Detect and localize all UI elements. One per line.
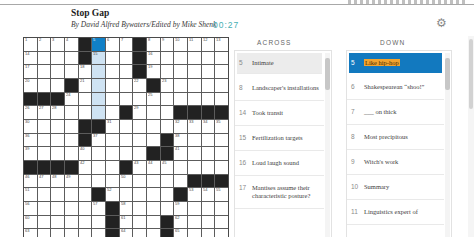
grid-cell[interactable]: 17	[24, 65, 37, 78]
grid-cell[interactable]: 26	[24, 106, 37, 119]
clue-item-across-5[interactable]: 5Intimate	[237, 53, 322, 74]
grid-cell[interactable]: 51	[24, 188, 37, 201]
cell-number: 55	[216, 188, 220, 192]
grid-cell[interactable]	[38, 188, 51, 201]
grid-cell[interactable]: 8	[147, 38, 160, 51]
clue-number: 7	[351, 108, 364, 116]
grid-cell[interactable]: 24	[65, 93, 78, 106]
cell-number: 21	[80, 79, 84, 83]
cell-number: 58	[121, 202, 125, 206]
grid-cell[interactable]	[188, 93, 201, 106]
cell-number: 56	[25, 202, 29, 206]
cell-number: 26	[25, 106, 29, 110]
grid-cell[interactable]	[106, 52, 119, 65]
grid-cell[interactable]	[65, 229, 78, 237]
grid-cell[interactable]: 64	[120, 229, 133, 237]
grid-cell[interactable]	[215, 216, 228, 229]
grid-cell[interactable]: 11	[188, 38, 201, 51]
grid-cell[interactable]	[133, 147, 146, 160]
grid-cell[interactable]	[51, 216, 64, 229]
grid-cell[interactable]: 59	[174, 202, 187, 215]
grid-cell[interactable]: 47	[38, 175, 51, 188]
down-scrollbar-thumb[interactable]	[445, 58, 450, 90]
grid-cell[interactable]	[120, 147, 133, 160]
grid-cell[interactable]	[202, 52, 215, 65]
grid-cell[interactable]: 46	[24, 175, 37, 188]
cell-number: 39	[25, 147, 29, 151]
cell-number: 4	[66, 38, 68, 42]
grid-cell[interactable]	[215, 202, 228, 215]
grid-cell-black	[92, 188, 105, 201]
grid-cell[interactable]	[188, 161, 201, 174]
grid-cell[interactable]	[38, 134, 51, 147]
grid-cell[interactable]	[147, 106, 160, 119]
grid-cell[interactable]: 50	[120, 175, 133, 188]
grid-cell-black	[215, 106, 228, 119]
grid-cell[interactable]: 65	[174, 229, 187, 237]
cell-number: 5	[93, 38, 95, 42]
grid-cell[interactable]	[51, 188, 64, 201]
grid-cell-black	[106, 202, 119, 215]
cell-number: 53	[189, 188, 193, 192]
grid-cell[interactable]	[120, 134, 133, 147]
grid-cell[interactable]	[202, 65, 215, 78]
grid-cell[interactable]	[106, 134, 119, 147]
grid-cell[interactable]: 48	[51, 175, 64, 188]
grid-cell-black	[174, 106, 187, 119]
clue-item-down-5[interactable]: 5Like hip-hop	[349, 53, 442, 73]
cell-number: 40	[80, 147, 84, 151]
grid-cell-black	[202, 175, 215, 188]
cell-number: 33	[189, 120, 193, 124]
grid-cell[interactable]	[79, 229, 92, 237]
clue-text: Linguistics expert of	[364, 208, 418, 216]
grid-cell-black	[133, 65, 146, 78]
grid-cell[interactable]	[120, 79, 133, 92]
cell-number: 44	[148, 161, 152, 165]
grid-cell[interactable]	[38, 52, 51, 65]
grid-cell[interactable]	[106, 65, 119, 78]
grid-cell[interactable]	[51, 134, 64, 147]
grid-cell-black	[51, 161, 64, 174]
clue-text: Fertilization targets	[252, 134, 303, 142]
grid-cell[interactable]: 55	[215, 188, 228, 201]
cell-number: 22	[134, 79, 138, 83]
grid-cell[interactable]: 15	[92, 52, 105, 65]
grid-cell[interactable]	[202, 229, 215, 237]
grid-cell-black	[120, 106, 133, 119]
grid-cell[interactable]: 41	[174, 147, 187, 160]
grid-cell[interactable]	[147, 229, 160, 237]
grid-cell[interactable]	[174, 175, 187, 188]
clue-number: 11	[351, 208, 364, 216]
grid-cell[interactable]: 32	[174, 120, 187, 133]
grid-cell[interactable]: 62	[174, 216, 187, 229]
grid-cell[interactable]	[147, 120, 160, 133]
cell-number: 65	[175, 229, 179, 233]
grid-cell-black	[188, 106, 201, 119]
grid-cell[interactable]	[161, 175, 174, 188]
clue-item-across-14[interactable]: 14Took transit	[235, 101, 324, 126]
grid-cell[interactable]	[174, 65, 187, 78]
grid-cell[interactable]	[188, 134, 201, 147]
clue-text: ___ on thick	[364, 108, 397, 116]
clue-text: Shakespearean “shoo!”	[364, 83, 424, 91]
cell-number: 51	[25, 188, 29, 192]
grid-cell[interactable]	[174, 79, 187, 92]
grid-cell[interactable]	[106, 106, 119, 119]
grid-cell[interactable]	[133, 202, 146, 215]
clue-item-down-10[interactable]: 10Summary	[347, 175, 444, 200]
grid-cell[interactable]: 13	[215, 38, 228, 51]
grid-cell[interactable]	[161, 188, 174, 201]
grid-cell[interactable]	[133, 134, 146, 147]
grid-cell[interactable]	[188, 229, 201, 237]
cell-number: 37	[93, 134, 97, 138]
grid-cell-black	[65, 79, 78, 92]
grid-cell-black	[106, 229, 119, 237]
clue-item-across-8[interactable]: 8Landscaper's installations	[235, 76, 324, 101]
grid-cell[interactable]: 3	[51, 38, 64, 51]
grid-cell[interactable]	[106, 175, 119, 188]
cell-number: 9	[162, 38, 164, 42]
grid-cell[interactable]	[92, 79, 105, 92]
clue-item-down-7[interactable]: 7___ on thick	[347, 100, 444, 125]
grid-cell[interactable]	[92, 229, 105, 237]
grid-cell[interactable]: 53	[188, 188, 201, 201]
grid-cell[interactable]	[38, 216, 51, 229]
grid-cell[interactable]	[120, 52, 133, 65]
down-scrollbar[interactable]	[445, 53, 450, 237]
grid-cell[interactable]: 57	[92, 202, 105, 215]
grid-cell-selected[interactable]: 5	[92, 38, 105, 51]
grid-cell[interactable]	[38, 229, 51, 237]
grid-cell[interactable]	[188, 216, 201, 229]
clue-item-down-11[interactable]: 11Linguistics expert of	[347, 200, 444, 225]
grid-cell-black	[24, 93, 37, 106]
grid-cell[interactable]	[161, 52, 174, 65]
cell-number: 2	[39, 38, 41, 42]
clue-text: Mantises assume their characteristic pos…	[252, 184, 322, 200]
grid-cell[interactable]	[120, 93, 133, 106]
grid-cell[interactable]: 33	[188, 120, 201, 133]
grid-cell[interactable]	[51, 202, 64, 215]
cell-number: 3	[52, 38, 54, 42]
cell-number: 15	[93, 52, 97, 56]
grid-cell[interactable]	[51, 120, 64, 133]
grid-cell[interactable]: 36	[24, 134, 37, 147]
grid-cell-black	[161, 147, 174, 160]
grid-cell[interactable]	[202, 161, 215, 174]
grid-cell[interactable]	[215, 52, 228, 65]
grid-cell[interactable]	[106, 147, 119, 160]
grid-cell[interactable]	[215, 93, 228, 106]
grid-cell[interactable]	[188, 65, 201, 78]
grid-cell[interactable]: 2	[38, 38, 51, 51]
cell-number: 11	[189, 38, 193, 42]
grid-cell[interactable]: 1	[24, 38, 37, 51]
clue-item-across-16[interactable]: 16Loud laugh sound	[235, 151, 324, 176]
grid-cell[interactable]	[38, 65, 51, 78]
grid-cell[interactable]	[188, 79, 201, 92]
grid-cell[interactable]: 19	[147, 65, 160, 78]
cell-number: 35	[216, 120, 220, 124]
grid-cell[interactable]: 10	[174, 38, 187, 51]
grid-cell-black	[147, 147, 160, 160]
grid-cell[interactable]	[38, 120, 51, 133]
grid-cell[interactable]	[106, 93, 119, 106]
grid-cell-black	[24, 161, 37, 174]
clue-text: Most precipitous	[364, 133, 408, 141]
settings-gear-icon[interactable]: ⚙	[436, 17, 447, 29]
grid-cell[interactable]	[215, 161, 228, 174]
grid-cell[interactable]	[92, 93, 105, 106]
clue-item-across-15[interactable]: 15Fertilization targets	[235, 126, 324, 151]
grid-cell[interactable]	[202, 79, 215, 92]
grid-cell[interactable]	[38, 79, 51, 92]
grid-cell[interactable]: 9	[161, 38, 174, 51]
grid-cell[interactable]	[147, 216, 160, 229]
grid-cell[interactable]	[133, 120, 146, 133]
grid-cell[interactable]	[215, 65, 228, 78]
grid-cell-black	[215, 175, 228, 188]
grid-cell[interactable]	[215, 134, 228, 147]
grid-cell[interactable]: 16	[147, 52, 160, 65]
clue-item-down-8[interactable]: 8Most precipitous	[347, 125, 444, 150]
grid-cell[interactable]	[202, 147, 215, 160]
clue-item-down-6[interactable]: 6Shakespearean “shoo!”	[347, 75, 444, 100]
cell-number: 27	[39, 106, 43, 110]
grid-cell[interactable]: 37	[92, 134, 105, 147]
cell-number: 6	[107, 38, 109, 42]
cropped-top-bar	[0, 0, 474, 5]
grid-cell[interactable]: 20	[24, 79, 37, 92]
grid-cell[interactable]	[120, 65, 133, 78]
cell-number: 60	[25, 216, 29, 220]
grid-cell-black	[133, 38, 146, 51]
puzzle-title: Stop Gap	[71, 8, 109, 18]
grid-cell[interactable]	[161, 65, 174, 78]
grid-cell[interactable]: 23	[161, 79, 174, 92]
across-scrollbar-thumb[interactable]	[325, 58, 330, 90]
grid-cell[interactable]	[161, 202, 174, 215]
grid-cell[interactable]	[65, 106, 78, 119]
grid-cell[interactable]	[51, 65, 64, 78]
grid-cell[interactable]: 22	[133, 79, 146, 92]
clue-text: Landscaper's installations	[252, 84, 319, 92]
grid-cell[interactable]	[161, 106, 174, 119]
cell-number: 19	[148, 65, 152, 69]
grid-cell[interactable]: 58	[120, 202, 133, 215]
grid-cell[interactable]: 18	[79, 65, 92, 78]
grid-cell[interactable]	[92, 175, 105, 188]
grid-cell[interactable]	[202, 202, 215, 215]
grid-cell[interactable]: 27	[38, 106, 51, 119]
down-clue-panel: 5Like hip-hop6Shakespearean “shoo!”7___ …	[346, 50, 452, 237]
grid-cell[interactable]: 43	[133, 161, 146, 174]
grid-cell[interactable]	[65, 52, 78, 65]
grid-cell[interactable]: 7	[120, 38, 133, 51]
grid-cell[interactable]	[51, 52, 64, 65]
grid-cell[interactable]: 38	[174, 134, 187, 147]
cell-number: 49	[66, 175, 70, 179]
grid-cell[interactable]: 28	[51, 106, 64, 119]
cell-number: 47	[39, 175, 43, 179]
clue-number: 5	[239, 59, 252, 67]
clue-number: 14	[239, 109, 252, 117]
grid-cell[interactable]	[147, 188, 160, 201]
grid-cell[interactable]	[79, 202, 92, 215]
grid-cell[interactable]	[147, 175, 160, 188]
timer[interactable]: 00:27	[213, 20, 239, 30]
grid-cell[interactable]	[161, 93, 174, 106]
grid-cell[interactable]: 61	[120, 216, 133, 229]
clue-text: Took transit	[252, 109, 283, 117]
grid-cell[interactable]	[92, 216, 105, 229]
cell-number: 13	[216, 38, 220, 42]
down-clue-list: 5Like hip-hop6Shakespearean “shoo!”7___ …	[347, 51, 444, 225]
clue-number: 10	[351, 183, 364, 191]
grid-cell[interactable]	[202, 93, 215, 106]
clue-item-down-9[interactable]: 9Witch's work	[347, 150, 444, 175]
grid-cell[interactable]	[133, 188, 146, 201]
grid-cell[interactable]	[202, 216, 215, 229]
grid-cell[interactable]	[120, 120, 133, 133]
grid-cell-black	[51, 93, 64, 106]
grid-cell[interactable]	[188, 202, 201, 215]
grid-cell[interactable]	[106, 79, 119, 92]
grid-cell[interactable]	[65, 216, 78, 229]
cell-number: 41	[175, 147, 179, 151]
page-scrollbar[interactable]	[468, 36, 474, 237]
clue-item-across-17[interactable]: 17Mantises assume their characteristic p…	[235, 176, 324, 209]
grid-cell[interactable]	[174, 93, 187, 106]
grid-cell[interactable]	[106, 161, 119, 174]
cell-number: 12	[203, 38, 207, 42]
grid-cell[interactable]	[215, 79, 228, 92]
cell-number: 50	[121, 175, 125, 179]
grid-cell[interactable]	[92, 147, 105, 160]
page-scrollbar-thumb[interactable]	[469, 39, 473, 109]
cell-number: 54	[203, 188, 207, 192]
grid-cell[interactable]: 29	[133, 106, 146, 119]
grid-cell[interactable]: 54	[202, 188, 215, 201]
grid-cell[interactable]: 44	[147, 161, 160, 174]
grid-cell[interactable]	[174, 52, 187, 65]
grid-cell[interactable]	[79, 188, 92, 201]
across-header: ACROSS	[257, 39, 292, 46]
cell-number: 43	[134, 161, 138, 165]
grid-cell[interactable]: 30	[24, 120, 37, 133]
clue-text: Witch's work	[364, 158, 398, 166]
grid-cell-black	[106, 216, 119, 229]
grid-cell[interactable]	[120, 188, 133, 201]
grid-cell[interactable]	[79, 216, 92, 229]
across-scrollbar[interactable]	[325, 53, 330, 237]
grid-cell[interactable]: 49	[65, 175, 78, 188]
grid-cell[interactable]	[133, 216, 146, 229]
grid-cell[interactable]	[133, 93, 146, 106]
grid-cell-black	[79, 52, 92, 65]
grid-cell[interactable]	[215, 229, 228, 237]
cell-number: 42	[80, 161, 84, 165]
grid-cell[interactable]	[133, 229, 146, 237]
grid-cell[interactable]: 25	[147, 93, 160, 106]
grid-cell[interactable]	[174, 161, 187, 174]
grid-cell[interactable]	[38, 147, 51, 160]
grid-cell-black	[133, 52, 146, 65]
grid-cell[interactable]	[51, 147, 64, 160]
grid-cell[interactable]	[51, 229, 64, 237]
grid-cell[interactable]	[65, 120, 78, 133]
grid-cell[interactable]	[79, 175, 92, 188]
grid-cell[interactable]: 6	[106, 38, 119, 51]
grid-cell[interactable]	[215, 147, 228, 160]
grid-cell[interactable]	[133, 175, 146, 188]
grid-cell[interactable]: 39	[24, 147, 37, 160]
grid-cell[interactable]	[65, 134, 78, 147]
grid-cell[interactable]	[92, 161, 105, 174]
grid-cell[interactable]: 4	[65, 38, 78, 51]
grid-cell[interactable]: 56	[24, 202, 37, 215]
grid-cell-black	[161, 134, 174, 147]
grid-cell[interactable]	[92, 65, 105, 78]
grid-cell[interactable]	[147, 202, 160, 215]
grid-cell[interactable]	[65, 202, 78, 215]
crossword-grid[interactable]: 1234567891011121314151617181920212223242…	[23, 37, 229, 237]
crossword-app: Stop Gap By David Alfred Bywaters/Edited…	[0, 0, 474, 237]
clue-text: Like hip-hop	[364, 59, 400, 67]
grid-cell[interactable]: 21	[79, 79, 92, 92]
cell-number: 7	[121, 38, 123, 42]
grid-cell[interactable]: 45	[161, 161, 174, 174]
grid-cell[interactable]: 12	[202, 38, 215, 51]
grid-cell[interactable]	[92, 106, 105, 119]
cell-number: 1	[25, 38, 27, 42]
grid-cell[interactable]: 52	[106, 188, 119, 201]
grid-cell[interactable]	[51, 79, 64, 92]
grid-cell[interactable]	[79, 106, 92, 119]
grid-cell[interactable]	[79, 93, 92, 106]
grid-cell[interactable]	[161, 120, 174, 133]
cell-number: 63	[25, 229, 29, 233]
grid-cell[interactable]	[188, 52, 201, 65]
cell-number: 36	[25, 134, 29, 138]
grid-cell[interactable]: 35	[215, 120, 228, 133]
grid-cell[interactable]	[202, 134, 215, 147]
grid-cell[interactable]	[65, 147, 78, 160]
cropped-header-text	[348, 0, 468, 4]
grid-cell[interactable]	[65, 65, 78, 78]
grid-cell[interactable]: 40	[79, 147, 92, 160]
grid-cell[interactable]	[38, 202, 51, 215]
grid-cell[interactable]: 34	[202, 120, 215, 133]
grid-cell[interactable]: 42	[79, 161, 92, 174]
grid-cell[interactable]: 60	[24, 216, 37, 229]
grid-cell[interactable]	[188, 147, 201, 160]
clue-number: 16	[239, 159, 252, 167]
grid-cell[interactable]: 31	[106, 120, 119, 133]
cell-number: 10	[175, 38, 179, 42]
grid-cell[interactable]: 63	[24, 229, 37, 237]
grid-cell[interactable]	[65, 188, 78, 201]
grid-cell[interactable]: 14	[24, 52, 37, 65]
grid-cell[interactable]	[147, 134, 160, 147]
cell-number: 29	[134, 106, 138, 110]
cell-number: 64	[121, 229, 125, 233]
cell-number: 28	[52, 106, 56, 110]
clue-text: Loud laugh sound	[252, 159, 299, 167]
